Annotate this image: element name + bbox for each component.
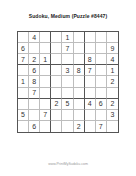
cell-r1c7 xyxy=(85,32,96,43)
cell-r6c6 xyxy=(74,88,85,99)
cell-r4c3 xyxy=(40,65,51,76)
cell-r1c5: 1 xyxy=(62,32,73,43)
cell-r8c1: 5 xyxy=(18,110,29,121)
cell-r7c1 xyxy=(18,99,29,110)
cell-r4c9: 1 xyxy=(107,65,118,76)
cell-r2c6 xyxy=(74,43,85,54)
cell-r4c2: 6 xyxy=(29,65,40,76)
cell-r7c7: 4 xyxy=(85,99,96,110)
cell-r3c3: 1 xyxy=(40,54,51,65)
cell-r6c7 xyxy=(85,88,96,99)
cell-r9c5 xyxy=(62,121,73,132)
cell-r3c4 xyxy=(51,54,62,65)
cell-r5c5 xyxy=(62,76,73,87)
cell-r6c2: 7 xyxy=(29,88,40,99)
cell-r1c2: 4 xyxy=(29,32,40,43)
cell-r9c9 xyxy=(107,121,118,132)
cell-r6c9 xyxy=(107,88,118,99)
cell-r4c7: 7 xyxy=(85,65,96,76)
cell-r2c4 xyxy=(51,43,62,54)
cell-r1c6 xyxy=(74,32,85,43)
cell-r3c5 xyxy=(62,54,73,65)
cell-r9c3 xyxy=(40,121,51,132)
cell-r2c5: 7 xyxy=(62,43,73,54)
cell-r6c3 xyxy=(40,88,51,99)
cell-r5c2: 8 xyxy=(29,76,40,87)
cell-r9c4 xyxy=(51,121,62,132)
cell-r5c9: 2 xyxy=(107,76,118,87)
cell-r9c1 xyxy=(18,121,29,132)
cell-r2c7 xyxy=(85,43,96,54)
cell-r6c8 xyxy=(96,88,107,99)
cell-r9c6: 2 xyxy=(74,121,85,132)
page-title: Sudoku, Medium (Puzzle #8447) xyxy=(0,13,136,19)
cell-r8c7 xyxy=(85,110,96,121)
cell-r4c5: 3 xyxy=(62,65,73,76)
cell-r3c9: 4 xyxy=(107,54,118,65)
cell-r6c1 xyxy=(18,88,29,99)
cell-r4c1 xyxy=(18,65,29,76)
cell-r2c2 xyxy=(29,43,40,54)
cell-r6c5 xyxy=(62,88,73,99)
cell-r5c1: 1 xyxy=(18,76,29,87)
cell-r1c3 xyxy=(40,32,51,43)
cell-r8c6 xyxy=(74,110,85,121)
cell-r7c5: 5 xyxy=(62,99,73,110)
cell-r4c4 xyxy=(51,65,62,76)
cell-r1c8 xyxy=(96,32,107,43)
cell-r7c3 xyxy=(40,99,51,110)
cell-r2c8 xyxy=(96,43,107,54)
cell-r3c8 xyxy=(96,54,107,65)
cell-r4c6: 8 xyxy=(74,65,85,76)
cell-r2c3 xyxy=(40,43,51,54)
cell-r7c6 xyxy=(74,99,85,110)
cell-r8c3: 7 xyxy=(40,110,51,121)
cell-r8c8 xyxy=(96,110,107,121)
cell-r2c1: 6 xyxy=(18,43,29,54)
cell-r3c2: 2 xyxy=(29,54,40,65)
cell-r7c8: 6 xyxy=(96,99,107,110)
cell-r1c4 xyxy=(51,32,62,43)
cell-r5c6 xyxy=(74,76,85,87)
cell-r5c3 xyxy=(40,76,51,87)
cell-r5c7 xyxy=(85,76,96,87)
cell-r7c2 xyxy=(29,99,40,110)
cell-r8c2 xyxy=(29,110,40,121)
cell-r3c1: 7 xyxy=(18,54,29,65)
cell-r2c9: 9 xyxy=(107,43,118,54)
footer-url: www.PrintMySudoku.com xyxy=(0,162,136,166)
cell-r8c9: 3 xyxy=(107,110,118,121)
sudoku-grid: 416797218463871182725462573627 xyxy=(17,31,119,133)
cell-r5c4 xyxy=(51,76,62,87)
cell-r6c4 xyxy=(51,88,62,99)
cell-r1c9 xyxy=(107,32,118,43)
cell-r4c8 xyxy=(96,65,107,76)
cell-r9c2: 6 xyxy=(29,121,40,132)
cell-r8c4 xyxy=(51,110,62,121)
cell-r3c6 xyxy=(74,54,85,65)
cell-r5c8 xyxy=(96,76,107,87)
cell-r7c9: 2 xyxy=(107,99,118,110)
cell-r1c1 xyxy=(18,32,29,43)
cell-r7c4: 2 xyxy=(51,99,62,110)
cell-r9c8: 7 xyxy=(96,121,107,132)
cell-r3c7: 8 xyxy=(85,54,96,65)
cell-r9c7 xyxy=(85,121,96,132)
cell-r8c5 xyxy=(62,110,73,121)
